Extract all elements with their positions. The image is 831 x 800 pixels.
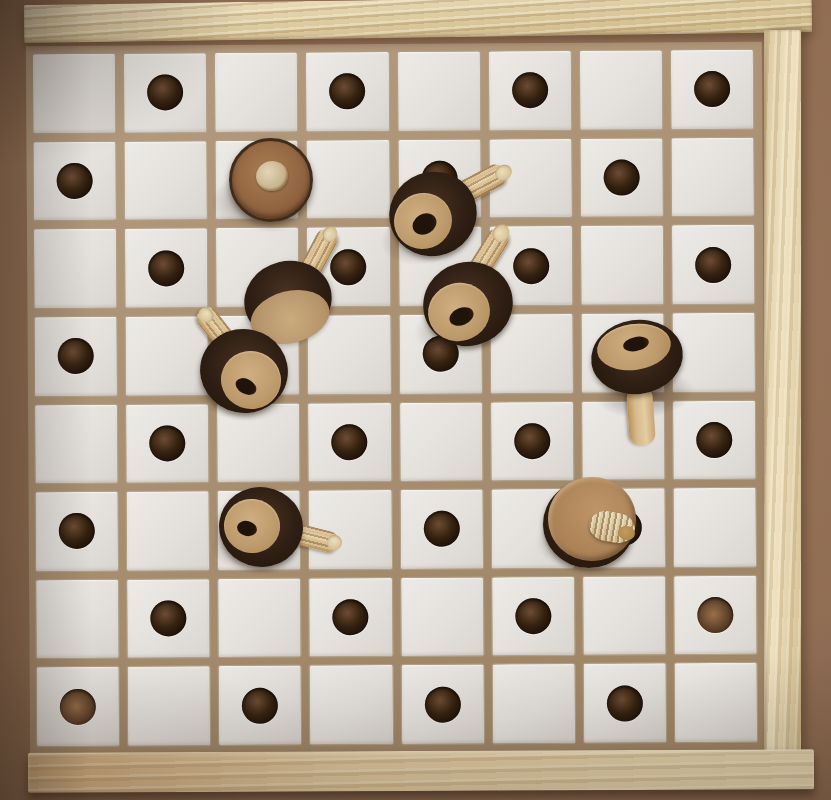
board-square-a6[interactable] (33, 228, 118, 309)
board-square-h8[interactable] (670, 49, 755, 130)
board-square-h3[interactable] (672, 487, 757, 568)
peg-hole[interactable] (59, 513, 95, 549)
peg-hole[interactable] (332, 424, 368, 460)
peg-hole[interactable] (242, 687, 278, 723)
peg-hole[interactable] (150, 600, 186, 636)
board-square-g8[interactable] (579, 49, 664, 130)
board-square-b8[interactable] (123, 52, 208, 133)
board-square-a5[interactable] (33, 316, 118, 397)
frame-top-rail (24, 0, 812, 43)
board-square-f2[interactable] (491, 576, 576, 657)
frame-bottom-rail (28, 749, 814, 792)
board-square-d4[interactable] (307, 402, 392, 483)
board-square-b3[interactable] (126, 490, 211, 571)
board-square-a1[interactable] (36, 666, 121, 747)
peg-hole[interactable] (60, 689, 96, 725)
board-square-a7[interactable] (32, 140, 117, 221)
peg-hole[interactable] (695, 247, 731, 283)
board-square-a8[interactable] (32, 53, 117, 134)
board-square-g7[interactable] (579, 137, 664, 218)
board-square-b4[interactable] (125, 403, 210, 484)
frame-right-rail (764, 30, 801, 757)
board-square-f4[interactable] (490, 400, 575, 481)
peg-hole[interactable] (515, 598, 551, 634)
board-square-d7[interactable] (306, 139, 391, 220)
peg-hole[interactable] (607, 685, 643, 721)
peg-hole[interactable] (512, 72, 548, 108)
board-square-f1[interactable] (491, 663, 576, 744)
board-square-h2[interactable] (673, 575, 758, 656)
peg-hole[interactable] (57, 163, 93, 199)
peg-hole[interactable] (329, 73, 365, 109)
peg-hole[interactable] (513, 248, 549, 284)
board-square-h1[interactable] (673, 662, 758, 743)
peg-hole[interactable] (696, 422, 732, 458)
board-square-c8[interactable] (214, 52, 299, 133)
board-square-h6[interactable] (671, 224, 756, 305)
board-square-b6[interactable] (124, 227, 209, 308)
peg-tipped-g5-stem (626, 386, 656, 446)
peg-hole[interactable] (423, 511, 459, 547)
peg-board-photo (0, 0, 831, 800)
board-square-c1[interactable] (218, 665, 303, 746)
board-square-e4[interactable] (399, 401, 484, 482)
peg-hole[interactable] (694, 71, 730, 107)
board-square-g1[interactable] (582, 663, 667, 744)
board-square-a3[interactable] (35, 491, 120, 572)
peg-hole[interactable] (147, 75, 183, 111)
peg-hole[interactable] (331, 249, 367, 285)
board-square-b7[interactable] (124, 140, 209, 221)
peg-hole[interactable] (697, 597, 733, 633)
board-square-d8[interactable] (305, 51, 390, 132)
board-square-d1[interactable] (309, 664, 394, 745)
board-square-e2[interactable] (400, 576, 485, 657)
peg-hole[interactable] (149, 425, 185, 461)
board-square-a2[interactable] (35, 578, 120, 659)
board-square-c2[interactable] (217, 577, 302, 658)
board-square-g6[interactable] (580, 225, 665, 306)
board-square-g2[interactable] (582, 575, 667, 656)
board-square-h7[interactable] (670, 136, 755, 217)
board-square-e8[interactable] (396, 50, 481, 131)
board-square-e3[interactable] (399, 489, 484, 570)
board-square-b2[interactable] (126, 578, 211, 659)
peg-hole[interactable] (514, 423, 550, 459)
board-square-b1[interactable] (127, 666, 212, 747)
peg-hole[interactable] (424, 686, 460, 722)
peg-hole[interactable] (58, 338, 94, 374)
board-square-d2[interactable] (308, 577, 393, 658)
peg-hole[interactable] (333, 599, 369, 635)
peg-hole[interactable] (603, 159, 639, 195)
board-square-h4[interactable] (672, 399, 757, 480)
board-square-f8[interactable] (488, 50, 573, 131)
board-square-a4[interactable] (34, 403, 119, 484)
peg-hole[interactable] (148, 250, 184, 286)
board-square-e1[interactable] (400, 664, 485, 745)
